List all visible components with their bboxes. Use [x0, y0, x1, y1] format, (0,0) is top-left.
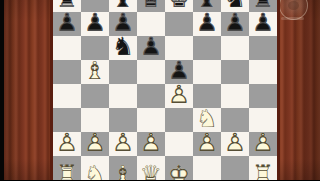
white-knight-detail: ♘ — [84, 162, 106, 181]
square-b2[interactable]: ♟♙ — [81, 132, 109, 156]
white-pawn[interactable]: ♟♙ — [193, 130, 221, 154]
white-pawn-detail: ♙ — [84, 130, 106, 155]
white-bishop-detail: ♗ — [112, 162, 134, 181]
black-pawn-detail: ♙ — [140, 34, 162, 59]
black-pawn[interactable]: ♟♙ — [193, 10, 221, 34]
black-pawn[interactable]: ♟♙ — [53, 10, 81, 34]
white-pawn-detail: ♙ — [196, 130, 218, 155]
white-pawn[interactable]: ♟♙ — [165, 82, 193, 106]
square-e2[interactable] — [165, 132, 193, 156]
white-bishop[interactable]: ♝♗ — [81, 58, 109, 82]
square-h2[interactable]: ♟♙ — [249, 132, 277, 156]
square-b5[interactable]: ♝♗ — [81, 60, 109, 84]
square-e7[interactable] — [165, 12, 193, 36]
chess-board: ♜♖♝♗♛♕♚♔♝♗♞♘♜♖♟♙♟♙♟♙♟♙♟♙♟♙♞♘♟♙♝♗♟♙♟♙♞♘♟♙… — [50, 0, 280, 180]
square-b1[interactable]: ♞♘ — [81, 156, 109, 180]
square-g5[interactable] — [221, 60, 249, 84]
square-a7[interactable]: ♟♙ — [53, 12, 81, 36]
white-pawn[interactable]: ♟♙ — [137, 130, 165, 154]
square-h6[interactable] — [249, 36, 277, 60]
black-pawn-detail: ♙ — [196, 10, 218, 35]
square-g2[interactable]: ♟♙ — [221, 132, 249, 156]
video-frame: ♜♖♝♗♛♕♚♔♝♗♞♘♜♖♟♙♟♙♟♙♟♙♟♙♟♙♞♘♟♙♝♗♟♙♟♙♞♘♟♙… — [0, 0, 320, 180]
black-knight[interactable]: ♞♘ — [109, 34, 137, 58]
square-a6[interactable] — [53, 36, 81, 60]
square-d6[interactable]: ♟♙ — [137, 36, 165, 60]
square-d2[interactable]: ♟♙ — [137, 132, 165, 156]
square-a2[interactable]: ♟♙ — [53, 132, 81, 156]
square-c4[interactable] — [109, 84, 137, 108]
white-pawn-detail: ♙ — [140, 130, 162, 155]
square-e3[interactable] — [165, 108, 193, 132]
white-pawn[interactable]: ♟♙ — [221, 130, 249, 154]
white-rook-detail: ♖ — [56, 162, 78, 181]
square-g6[interactable] — [221, 36, 249, 60]
square-g7[interactable]: ♟♙ — [221, 12, 249, 36]
watermark-caption — [281, 17, 304, 20]
black-pawn[interactable]: ♟♙ — [221, 10, 249, 34]
black-pawn[interactable]: ♟♙ — [137, 34, 165, 58]
square-h5[interactable] — [249, 60, 277, 84]
square-b4[interactable] — [81, 84, 109, 108]
black-queen[interactable]: ♛♕ — [137, 0, 165, 10]
white-pawn[interactable]: ♟♙ — [81, 130, 109, 154]
black-pawn-detail: ♙ — [56, 10, 78, 35]
white-rook[interactable]: ♜♖ — [53, 162, 81, 180]
square-f7[interactable]: ♟♙ — [193, 12, 221, 36]
white-pawn[interactable]: ♟♙ — [109, 130, 137, 154]
square-c1[interactable]: ♝♗ — [109, 156, 137, 180]
white-pawn[interactable]: ♟♙ — [53, 130, 81, 154]
white-pawn-detail: ♙ — [56, 130, 78, 155]
square-e4[interactable]: ♟♙ — [165, 84, 193, 108]
watermark-mark-icon — [288, 1, 299, 10]
white-queen-detail: ♕ — [140, 162, 162, 181]
black-pawn-detail: ♙ — [224, 10, 246, 35]
square-h7[interactable]: ♟♙ — [249, 12, 277, 36]
white-queen[interactable]: ♛♕ — [137, 162, 165, 180]
square-c2[interactable]: ♟♙ — [109, 132, 137, 156]
square-f5[interactable] — [193, 60, 221, 84]
white-pawn-detail: ♙ — [168, 82, 190, 107]
square-e8[interactable]: ♚♔ — [165, 0, 193, 12]
square-a5[interactable] — [53, 60, 81, 84]
square-a1[interactable]: ♜♖ — [53, 156, 81, 180]
square-d5[interactable] — [137, 60, 165, 84]
black-king-detail: ♔ — [168, 0, 190, 11]
black-king[interactable]: ♚♔ — [165, 0, 193, 10]
white-pawn-detail: ♙ — [252, 130, 274, 155]
white-king-detail: ♔ — [168, 162, 190, 181]
white-pawn[interactable]: ♟♙ — [249, 130, 277, 154]
black-pawn[interactable]: ♟♙ — [249, 10, 277, 34]
square-e1[interactable]: ♚♔ — [165, 156, 193, 180]
white-rook-detail: ♖ — [252, 162, 274, 181]
white-knight[interactable]: ♞♘ — [81, 162, 109, 180]
white-pawn-detail: ♙ — [224, 130, 246, 155]
square-d4[interactable] — [137, 84, 165, 108]
white-rook[interactable]: ♜♖ — [249, 162, 277, 180]
square-c6[interactable]: ♞♘ — [109, 36, 137, 60]
square-d1[interactable]: ♛♕ — [137, 156, 165, 180]
square-f1[interactable] — [193, 156, 221, 180]
square-g4[interactable] — [221, 84, 249, 108]
black-pawn[interactable]: ♟♙ — [109, 10, 137, 34]
square-a4[interactable] — [53, 84, 81, 108]
square-h1[interactable]: ♜♖ — [249, 156, 277, 180]
white-bishop[interactable]: ♝♗ — [109, 162, 137, 180]
black-knight-detail: ♘ — [112, 34, 134, 59]
square-g1[interactable] — [221, 156, 249, 180]
black-pawn[interactable]: ♟♙ — [81, 10, 109, 34]
square-d8[interactable]: ♛♕ — [137, 0, 165, 12]
black-pawn-detail: ♙ — [252, 10, 274, 35]
square-c5[interactable] — [109, 60, 137, 84]
white-king[interactable]: ♚♔ — [165, 162, 193, 180]
letterbox-bar — [0, 0, 4, 180]
white-knight[interactable]: ♞♘ — [193, 106, 221, 130]
square-f2[interactable]: ♟♙ — [193, 132, 221, 156]
white-bishop-detail: ♗ — [84, 58, 106, 83]
white-pawn-detail: ♙ — [112, 130, 134, 155]
black-queen-detail: ♕ — [140, 0, 162, 11]
square-f6[interactable] — [193, 36, 221, 60]
square-b7[interactable]: ♟♙ — [81, 12, 109, 36]
black-pawn[interactable]: ♟♙ — [165, 58, 193, 82]
square-h4[interactable] — [249, 84, 277, 108]
black-pawn-detail: ♙ — [84, 10, 106, 35]
